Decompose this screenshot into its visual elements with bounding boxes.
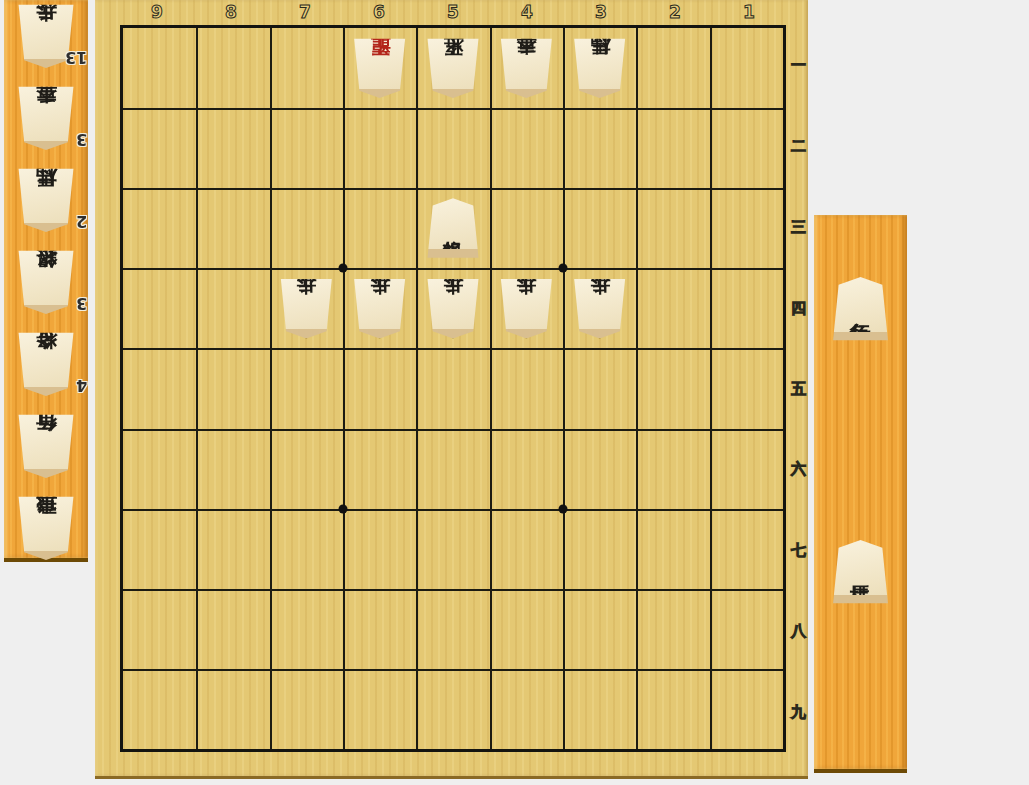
board-square[interactable] [196,509,269,589]
rank-label: 九 [789,671,808,752]
board-square[interactable] [123,188,196,268]
board-square[interactable] [270,589,343,669]
board-square[interactable] [196,348,269,428]
board-square[interactable] [490,108,563,188]
file-label: 7 [268,1,342,24]
board-square[interactable] [416,348,489,428]
file-label: 1 [712,1,786,24]
piece-count-badge: 13 [65,48,87,67]
board-square[interactable] [123,28,196,108]
captured-piece-slot: 香車3 [4,86,88,150]
rank-label: 六 [789,429,808,510]
piece-kanji: 歩兵 [280,284,332,338]
piece-kanji: 桂馬 [833,540,889,598]
board-square[interactable] [710,188,783,268]
board-square[interactable] [710,429,783,509]
shogi-board-panel: 987654321 一二三四五六七八九 龍王王将香車桂馬銀将歩兵歩兵歩兵歩兵歩兵 [95,0,808,779]
file-label: 3 [564,1,638,24]
board-square[interactable] [563,589,636,669]
board-square[interactable] [196,188,269,268]
board-piece-pawn[interactable]: 歩兵 [280,278,332,338]
board-square[interactable] [636,509,709,589]
board-square[interactable] [196,108,269,188]
board-square[interactable] [416,509,489,589]
file-label: 9 [120,1,194,24]
rank-label: 一 [789,25,808,106]
board-square[interactable] [636,669,709,749]
board-square[interactable] [123,669,196,749]
file-label: 8 [194,1,268,24]
board-square[interactable] [343,669,416,749]
piece-kanji: 王将 [427,44,479,98]
board-square[interactable] [563,108,636,188]
board-square[interactable] [270,28,343,108]
board-square[interactable] [270,188,343,268]
piece-kanji: 歩兵 [354,284,406,338]
captured-piece-knight[interactable]: 桂馬 [18,168,74,232]
captured-piece-slot: 金将4 [4,332,88,396]
board-square[interactable] [343,509,416,589]
board-square[interactable] [710,589,783,669]
rank-label: 二 [789,106,808,187]
board-square[interactable] [490,589,563,669]
board-square[interactable] [636,108,709,188]
board-square[interactable] [343,589,416,669]
board-square[interactable] [123,108,196,188]
board-square[interactable] [710,509,783,589]
shogi-app: 歩兵13香車3桂馬2銀将3金将4角行飛車 987654321 一二三四五六七八九… [0,0,1029,785]
piece-kanji: 歩兵 [500,284,552,338]
board-square[interactable] [416,589,489,669]
rank-label: 八 [789,590,808,671]
board-square[interactable] [343,348,416,428]
board-piece-promoted-rook[interactable]: 龍王 [354,38,406,98]
file-label: 6 [342,1,416,24]
captured-piece-slot: 銀将3 [4,250,88,314]
board-square[interactable] [196,669,269,749]
board-square[interactable] [123,509,196,589]
piece-kanji: 香車 [500,44,552,98]
rank-labels: 一二三四五六七八九 [789,25,808,752]
piece-count-badge: 2 [76,212,87,231]
captured-piece-knight[interactable]: 桂馬 [833,540,889,604]
board-square[interactable] [416,669,489,749]
piece-kanji: 銀将 [18,256,74,314]
board-square[interactable] [123,348,196,428]
piece-kanji: 歩兵 [574,284,626,338]
piece-kanji: 銀将 [427,198,479,252]
board-square[interactable] [710,348,783,428]
captured-piece-bishop[interactable]: 角行 [18,414,74,478]
board-piece-pawn[interactable]: 歩兵 [574,278,626,338]
board-piece-knight[interactable]: 桂馬 [574,38,626,98]
board-piece-pawn[interactable]: 歩兵 [500,278,552,338]
board-square[interactable] [563,429,636,509]
board-square[interactable] [196,268,269,348]
board-square[interactable] [416,429,489,509]
board-square[interactable] [710,28,783,108]
star-point [559,264,568,273]
piece-kanji: 龍王 [354,44,406,98]
board-piece-king[interactable]: 王将 [427,38,479,98]
captured-piece-lance[interactable]: 香車 [18,86,74,150]
board-piece-pawn[interactable]: 歩兵 [427,278,479,338]
piece-kanji: 角行 [833,277,889,335]
captured-piece-gold[interactable]: 金将 [18,332,74,396]
rank-label: 五 [789,348,808,429]
board-square[interactable] [563,348,636,428]
hand-tray-gote: 歩兵13香車3桂馬2銀将3金将4角行飛車 [4,0,88,562]
board-square[interactable] [636,28,709,108]
star-point [338,264,347,273]
file-label: 2 [638,1,712,24]
piece-kanji: 桂馬 [574,44,626,98]
board-square[interactable] [416,108,489,188]
star-point [559,504,568,513]
board-square[interactable] [490,188,563,268]
piece-kanji: 香車 [18,92,74,150]
board-square[interactable] [710,669,783,749]
piece-kanji: 角行 [18,420,74,478]
board-square[interactable] [490,509,563,589]
captured-piece-slot: 飛車 [4,496,88,560]
star-point [338,504,347,513]
captured-piece-slot: 歩兵13 [4,4,88,68]
board-square[interactable] [270,509,343,589]
board-square[interactable] [710,108,783,188]
board-square[interactable] [563,509,636,589]
board-square[interactable] [636,268,709,348]
board-square[interactable] [636,589,709,669]
board-square[interactable] [563,669,636,749]
board-square[interactable] [636,429,709,509]
captured-piece-slot: 桂馬2 [4,168,88,232]
captured-piece-rook[interactable]: 飛車 [18,496,74,560]
board-square[interactable] [270,669,343,749]
board-piece-silver[interactable]: 銀将 [427,198,479,258]
rank-label: 三 [789,187,808,268]
board-square[interactable] [270,108,343,188]
board-square[interactable] [343,108,416,188]
hand-tray-sente: 角行桂馬 [814,215,907,773]
board-square[interactable] [490,429,563,509]
piece-kanji: 金将 [18,338,74,396]
board-square[interactable] [123,429,196,509]
board-square[interactable] [636,348,709,428]
file-labels: 987654321 [120,1,786,24]
piece-count-badge: 3 [76,130,87,149]
piece-count-badge: 3 [76,294,87,313]
board-square[interactable] [196,28,269,108]
board-piece-lance[interactable]: 香車 [500,38,552,98]
board-square[interactable] [636,188,709,268]
board-square[interactable] [123,268,196,348]
captured-piece-silver[interactable]: 銀将 [18,250,74,314]
board-square[interactable] [343,429,416,509]
piece-kanji: 飛車 [18,502,74,560]
board-square[interactable] [123,589,196,669]
board-square[interactable] [270,429,343,509]
board-square[interactable] [490,348,563,428]
board-square[interactable] [490,669,563,749]
piece-kanji: 歩兵 [427,284,479,338]
board-square[interactable] [343,188,416,268]
board-square[interactable] [196,589,269,669]
board-square[interactable] [196,429,269,509]
board-square[interactable] [270,348,343,428]
rank-label: 四 [789,267,808,348]
piece-count-badge: 4 [76,376,87,395]
board-square[interactable] [710,268,783,348]
rank-label: 七 [789,510,808,591]
piece-kanji: 桂馬 [18,174,74,232]
board-frame: 龍王王将香車桂馬銀将歩兵歩兵歩兵歩兵歩兵 [120,25,786,752]
board-grid: 龍王王将香車桂馬銀将歩兵歩兵歩兵歩兵歩兵 [123,28,783,749]
file-label: 4 [490,1,564,24]
board-square[interactable] [563,188,636,268]
captured-piece-bishop[interactable]: 角行 [833,277,889,341]
captured-piece-slot: 角行 [4,414,88,478]
board-piece-pawn[interactable]: 歩兵 [354,278,406,338]
file-label: 5 [416,1,490,24]
